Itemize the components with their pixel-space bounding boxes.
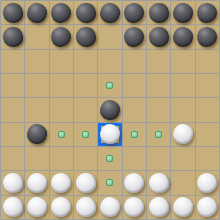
cell-5-6[interactable] [147,123,170,146]
legal-move-marker[interactable] [106,82,113,89]
black-stone[interactable]: ● [75,26,97,48]
cell-8-8[interactable]: ○ [196,196,219,219]
cell-6-8[interactable] [196,147,219,170]
cell-6-4[interactable] [98,147,121,170]
white-stone[interactable]: ○ [124,197,145,218]
cell-2-1[interactable] [25,50,48,73]
cell-2-4[interactable] [98,50,121,73]
cell-6-0[interactable] [1,147,24,170]
cell-0-8[interactable]: ● [196,1,219,24]
black-stone[interactable]: ● [2,26,24,48]
legal-move-marker[interactable] [82,131,89,138]
white-stone[interactable]: ○ [51,173,72,194]
black-stone[interactable]: ● [197,2,218,23]
cell-3-3[interactable] [74,74,97,97]
cell-2-6[interactable] [147,50,170,73]
black-stone[interactable]: ● [148,26,170,48]
cell-4-7[interactable] [171,98,194,121]
black-stone[interactable]: ● [124,27,145,48]
white-stone[interactable]: ○ [197,197,218,218]
cell-1-4[interactable] [98,25,121,48]
cell-3-8[interactable] [196,74,219,97]
game-board: ●●●●●●●●●●●●●●●●●●○○○○○○○○○○○○○○○○○○ [0,0,220,220]
cell-2-0[interactable] [1,50,24,73]
cell-8-7[interactable]: ○ [171,196,194,219]
cell-5-1[interactable]: ● [25,123,48,146]
legal-move-marker[interactable] [106,179,113,186]
cell-2-5[interactable] [123,50,146,73]
legal-move-marker[interactable] [106,155,113,162]
cell-5-5[interactable] [123,123,146,146]
cell-4-0[interactable] [1,98,24,121]
cell-2-7[interactable] [171,50,194,73]
black-stone[interactable]: ● [26,123,49,146]
cell-7-6[interactable]: ○ [147,171,170,194]
black-stone[interactable]: ● [124,2,145,23]
cell-2-2[interactable] [50,50,73,73]
cell-1-2[interactable]: ● [50,25,73,48]
black-stone[interactable]: ● [197,27,218,48]
cell-7-8[interactable]: ○ [196,171,219,194]
cell-3-7[interactable] [171,74,194,97]
cell-4-4[interactable]: ● [98,98,121,121]
cell-1-7[interactable]: ● [171,25,194,48]
legal-move-marker[interactable] [58,131,65,138]
cell-0-2[interactable]: ● [50,1,73,24]
black-stone[interactable]: ● [2,2,24,24]
black-stone[interactable]: ● [26,1,49,24]
cell-2-8[interactable] [196,50,219,73]
cell-6-6[interactable] [147,147,170,170]
cell-8-4[interactable]: ○ [98,196,121,219]
cell-1-0[interactable]: ● [1,25,24,48]
cell-0-3[interactable]: ● [74,1,97,24]
cell-0-7[interactable]: ● [171,1,194,24]
selected-white-stone[interactable]: ○ [99,123,122,146]
cell-8-3[interactable]: ○ [74,196,97,219]
cell-7-4[interactable] [98,171,121,194]
white-stone[interactable]: ○ [75,172,97,194]
white-stone[interactable]: ○ [75,196,97,218]
cell-3-4[interactable] [98,74,121,97]
cell-0-6[interactable]: ● [147,1,170,24]
white-stone[interactable]: ○ [148,172,170,194]
cell-0-4[interactable]: ● [98,1,121,24]
cell-7-1[interactable]: ○ [25,171,48,194]
cell-6-5[interactable] [123,147,146,170]
cell-5-2[interactable] [50,123,73,146]
cell-1-1[interactable] [25,25,48,48]
cell-1-8[interactable]: ● [196,25,219,48]
cell-3-2[interactable] [50,74,73,97]
cell-2-3[interactable] [74,50,97,73]
white-stone[interactable]: ○ [26,196,49,219]
black-stone[interactable]: ● [172,26,195,49]
cell-7-7[interactable] [171,171,194,194]
black-stone[interactable]: ● [75,2,97,24]
cell-3-6[interactable] [147,74,170,97]
cell-5-3[interactable] [74,123,97,146]
white-stone[interactable]: ○ [2,196,24,218]
cell-0-0[interactable]: ● [1,1,24,24]
cell-4-6[interactable] [147,98,170,121]
black-stone[interactable]: ● [148,2,170,24]
cell-4-2[interactable] [50,98,73,121]
cell-5-4-selected[interactable]: ○ [98,123,121,146]
legal-move-marker[interactable] [131,131,138,138]
cell-6-2[interactable] [50,147,73,170]
white-stone[interactable]: ○ [99,196,122,219]
cell-7-5[interactable]: ○ [123,171,146,194]
cell-5-8[interactable] [196,123,219,146]
cell-8-6[interactable]: ○ [147,196,170,219]
cell-4-3[interactable] [74,98,97,121]
white-stone[interactable]: ○ [172,196,195,219]
cell-3-1[interactable] [25,74,48,97]
white-stone[interactable]: ○ [172,123,195,146]
cell-1-3[interactable]: ● [74,25,97,48]
cell-5-7[interactable]: ○ [171,123,194,146]
cell-7-3[interactable]: ○ [74,171,97,194]
cell-4-5[interactable] [123,98,146,121]
white-stone[interactable]: ○ [2,172,24,194]
black-stone[interactable]: ● [99,1,122,24]
white-stone[interactable]: ○ [124,173,145,194]
cell-1-6[interactable]: ● [147,25,170,48]
cell-8-5[interactable]: ○ [123,196,146,219]
cell-6-1[interactable] [25,147,48,170]
cell-5-0[interactable] [1,123,24,146]
cell-6-3[interactable] [74,147,97,170]
white-stone[interactable]: ○ [26,172,49,195]
white-stone[interactable]: ○ [197,173,218,194]
cell-8-0[interactable]: ○ [1,196,24,219]
cell-4-8[interactable] [196,98,219,121]
cell-3-5[interactable] [123,74,146,97]
black-stone[interactable]: ● [99,99,122,122]
cell-0-1[interactable]: ● [25,1,48,24]
black-stone[interactable]: ● [172,1,195,24]
legal-move-marker[interactable] [155,131,162,138]
cell-3-0[interactable] [1,74,24,97]
white-stone[interactable]: ○ [148,196,170,218]
black-stone[interactable]: ● [51,27,72,48]
cell-4-1[interactable] [25,98,48,121]
white-stone[interactable]: ○ [51,197,72,218]
cell-8-2[interactable]: ○ [50,196,73,219]
cell-7-0[interactable]: ○ [1,171,24,194]
cell-0-5[interactable]: ● [123,1,146,24]
cell-7-2[interactable]: ○ [50,171,73,194]
cell-8-1[interactable]: ○ [25,196,48,219]
black-stone[interactable]: ● [51,2,72,23]
cell-1-5[interactable]: ● [123,25,146,48]
cell-6-7[interactable] [171,147,194,170]
